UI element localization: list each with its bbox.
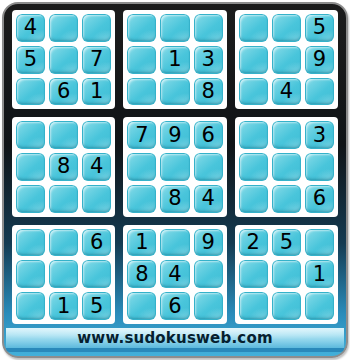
box-1-1: 45761 (12, 10, 115, 109)
cell-r1c6[interactable] (194, 14, 223, 42)
cell-r6c8[interactable] (272, 185, 301, 213)
cell-r1c1[interactable]: 4 (16, 14, 45, 42)
cell-r7c9[interactable] (305, 229, 334, 257)
cell-r8c5[interactable]: 4 (160, 260, 189, 288)
cell-r9c2[interactable]: 1 (49, 292, 78, 320)
cell-r4c6[interactable]: 6 (194, 121, 223, 149)
cell-r4c8[interactable] (272, 121, 301, 149)
cell-r5c8[interactable] (272, 153, 301, 181)
board-frame: 4576113859484796843661519846251 www.sudo… (2, 2, 348, 358)
cell-r2c2[interactable] (49, 46, 78, 74)
cell-r7c4[interactable]: 1 (127, 229, 156, 257)
cell-r1c5[interactable] (160, 14, 189, 42)
site-link[interactable]: www.sudokusweb.com (77, 329, 272, 347)
cell-r9c6[interactable] (194, 292, 223, 320)
cell-r9c3[interactable]: 5 (82, 292, 111, 320)
cell-r8c7[interactable] (239, 260, 268, 288)
footer-band: www.sudokusweb.com (6, 328, 344, 348)
cell-r2c8[interactable] (272, 46, 301, 74)
sudoku-grid: 4576113859484796843661519846251 (12, 10, 338, 324)
cell-r7c3[interactable]: 6 (82, 229, 111, 257)
cell-r8c6[interactable] (194, 260, 223, 288)
cell-r5c9[interactable] (305, 153, 334, 181)
cell-r6c1[interactable] (16, 185, 45, 213)
cell-r3c8[interactable]: 4 (272, 78, 301, 106)
cell-r7c6[interactable]: 9 (194, 229, 223, 257)
cell-r7c1[interactable] (16, 229, 45, 257)
cell-r1c2[interactable] (49, 14, 78, 42)
cell-r4c7[interactable] (239, 121, 268, 149)
cell-r3c2[interactable]: 6 (49, 78, 78, 106)
box-2-2: 79684 (123, 117, 226, 216)
cell-r8c8[interactable] (272, 260, 301, 288)
cell-r7c5[interactable] (160, 229, 189, 257)
cell-r2c6[interactable]: 3 (194, 46, 223, 74)
cell-r6c4[interactable] (127, 185, 156, 213)
cell-r9c8[interactable] (272, 292, 301, 320)
cell-r3c5[interactable] (160, 78, 189, 106)
cell-r6c5[interactable]: 8 (160, 185, 189, 213)
cell-r8c9[interactable]: 1 (305, 260, 334, 288)
cell-r2c1[interactable]: 5 (16, 46, 45, 74)
box-3-2: 19846 (123, 225, 226, 324)
cell-r2c4[interactable] (127, 46, 156, 74)
cell-r4c3[interactable] (82, 121, 111, 149)
cell-r3c1[interactable] (16, 78, 45, 106)
cell-r1c8[interactable] (272, 14, 301, 42)
cell-r5c4[interactable] (127, 153, 156, 181)
cell-r6c9[interactable]: 6 (305, 185, 334, 213)
cell-r4c4[interactable]: 7 (127, 121, 156, 149)
cell-r5c7[interactable] (239, 153, 268, 181)
cell-r6c6[interactable]: 4 (194, 185, 223, 213)
cell-r7c7[interactable]: 2 (239, 229, 268, 257)
cell-r9c9[interactable] (305, 292, 334, 320)
cell-r4c2[interactable] (49, 121, 78, 149)
cell-r5c2[interactable]: 8 (49, 153, 78, 181)
cell-r4c5[interactable]: 9 (160, 121, 189, 149)
cell-r9c4[interactable] (127, 292, 156, 320)
cell-r4c9[interactable]: 3 (305, 121, 334, 149)
box-3-1: 615 (12, 225, 115, 324)
cell-r6c3[interactable] (82, 185, 111, 213)
cell-r6c2[interactable] (49, 185, 78, 213)
cell-r7c8[interactable]: 5 (272, 229, 301, 257)
cell-r2c5[interactable]: 1 (160, 46, 189, 74)
cell-r9c5[interactable]: 6 (160, 292, 189, 320)
cell-r4c1[interactable] (16, 121, 45, 149)
cell-r2c7[interactable] (239, 46, 268, 74)
cell-r3c9[interactable] (305, 78, 334, 106)
cell-r5c5[interactable] (160, 153, 189, 181)
cell-r3c3[interactable]: 1 (82, 78, 111, 106)
cell-r8c3[interactable] (82, 260, 111, 288)
footer-strip (6, 348, 344, 352)
cell-r3c6[interactable]: 8 (194, 78, 223, 106)
cell-r3c7[interactable] (239, 78, 268, 106)
cell-r7c2[interactable] (49, 229, 78, 257)
box-1-2: 138 (123, 10, 226, 109)
box-1-3: 594 (235, 10, 338, 109)
box-2-3: 36 (235, 117, 338, 216)
box-3-3: 251 (235, 225, 338, 324)
cell-r1c3[interactable] (82, 14, 111, 42)
cell-r1c7[interactable] (239, 14, 268, 42)
cell-r1c9[interactable]: 5 (305, 14, 334, 42)
cell-r8c2[interactable] (49, 260, 78, 288)
cell-r1c4[interactable] (127, 14, 156, 42)
cell-r3c4[interactable] (127, 78, 156, 106)
cell-r9c7[interactable] (239, 292, 268, 320)
cell-r5c6[interactable] (194, 153, 223, 181)
cell-r9c1[interactable] (16, 292, 45, 320)
cell-r2c3[interactable]: 7 (82, 46, 111, 74)
cell-r6c7[interactable] (239, 185, 268, 213)
cell-r5c3[interactable]: 4 (82, 153, 111, 181)
cell-r8c4[interactable]: 8 (127, 260, 156, 288)
cell-r8c1[interactable] (16, 260, 45, 288)
cell-r5c1[interactable] (16, 153, 45, 181)
cell-r2c9[interactable]: 9 (305, 46, 334, 74)
box-2-1: 84 (12, 117, 115, 216)
